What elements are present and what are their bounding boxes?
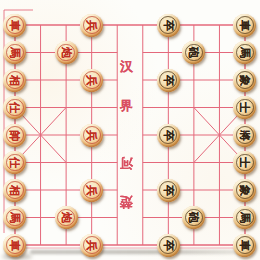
board-intersection: 將 (232, 121, 258, 149)
piece-glyph: 將 (239, 130, 250, 141)
piece-glyph: 炮 (61, 212, 72, 223)
piece-black-soldier[interactable]: 卒 (157, 179, 180, 202)
piece-glyph: 兵 (86, 240, 97, 251)
board-intersection: 馬 (2, 39, 28, 67)
board-intersection: 馬 (232, 204, 258, 232)
piece-black-horse[interactable]: 馬 (233, 206, 256, 229)
piece-red-cannon[interactable]: 炮 (55, 206, 78, 229)
piece-glyph: 相 (9, 185, 20, 196)
xiangqi-board-photo: 汉界 河楚 車馬相仕帥仕相馬車炮炮兵兵兵兵兵卒卒卒卒卒砲砲車馬象士將士象馬車 (0, 0, 260, 260)
board-intersection: 象 (232, 66, 258, 94)
piece-black-soldier[interactable]: 卒 (157, 124, 180, 147)
board-intersection: 兵 (79, 176, 105, 204)
piece-glyph: 仕 (9, 157, 20, 168)
piece-glyph: 車 (9, 20, 20, 31)
board-intersection: 車 (232, 11, 258, 39)
piece-glyph: 炮 (61, 47, 72, 58)
board-intersections: 車馬相仕帥仕相馬車炮炮兵兵兵兵兵卒卒卒卒卒砲砲車馬象士將士象馬車 (2, 11, 258, 259)
board-intersection: 卒 (155, 231, 181, 259)
piece-black-soldier[interactable]: 卒 (157, 14, 180, 37)
piece-black-horse[interactable]: 馬 (233, 41, 256, 64)
piece-glyph: 卒 (163, 130, 174, 141)
piece-black-soldier[interactable]: 卒 (157, 234, 180, 257)
piece-glyph: 帥 (9, 130, 20, 141)
piece-glyph: 兵 (86, 185, 97, 196)
piece-glyph: 車 (239, 240, 250, 251)
board-intersection: 砲 (181, 39, 207, 67)
piece-glyph: 士 (239, 157, 250, 168)
piece-red-soldier[interactable]: 兵 (80, 234, 103, 257)
piece-glyph: 相 (9, 75, 20, 86)
piece-glyph: 車 (9, 240, 20, 251)
piece-glyph: 卒 (163, 240, 174, 251)
piece-red-cannon[interactable]: 炮 (55, 41, 78, 64)
board-intersection: 帥 (2, 121, 28, 149)
piece-black-soldier[interactable]: 卒 (157, 69, 180, 92)
board-intersection: 馬 (2, 204, 28, 232)
piece-black-elephant[interactable]: 象 (233, 179, 256, 202)
board-intersection: 兵 (79, 11, 105, 39)
board-intersection: 車 (2, 11, 28, 39)
piece-red-horse[interactable]: 馬 (3, 206, 26, 229)
piece-glyph: 砲 (188, 47, 199, 58)
piece-red-advisor[interactable]: 仕 (3, 96, 26, 119)
piece-glyph: 車 (239, 20, 250, 31)
piece-black-advisor[interactable]: 士 (233, 96, 256, 119)
board-intersection: 卒 (155, 176, 181, 204)
piece-red-soldier[interactable]: 兵 (80, 124, 103, 147)
board-intersection: 士 (232, 149, 258, 177)
board-intersection: 卒 (155, 66, 181, 94)
board-intersection: 炮 (53, 204, 79, 232)
piece-glyph: 馬 (9, 212, 20, 223)
piece-black-cannon[interactable]: 砲 (182, 41, 205, 64)
piece-glyph: 馬 (9, 47, 20, 58)
board-intersection: 仕 (2, 94, 28, 122)
piece-glyph: 象 (239, 185, 250, 196)
piece-black-elephant[interactable]: 象 (233, 69, 256, 92)
piece-glyph: 卒 (163, 20, 174, 31)
board-intersection: 士 (232, 94, 258, 122)
piece-red-general[interactable]: 帥 (3, 124, 26, 147)
board-intersection: 兵 (79, 231, 105, 259)
piece-black-general[interactable]: 將 (233, 124, 256, 147)
piece-red-soldier[interactable]: 兵 (80, 14, 103, 37)
piece-red-elephant[interactable]: 相 (3, 69, 26, 92)
piece-red-chariot[interactable]: 車 (3, 234, 26, 257)
piece-glyph: 士 (239, 102, 250, 113)
board-intersection: 馬 (232, 39, 258, 67)
piece-glyph: 兵 (86, 130, 97, 141)
board-intersection: 相 (2, 66, 28, 94)
piece-red-soldier[interactable]: 兵 (80, 69, 103, 92)
board-intersection: 車 (232, 231, 258, 259)
board-intersection: 砲 (181, 204, 207, 232)
board-intersection: 卒 (155, 121, 181, 149)
piece-red-soldier[interactable]: 兵 (80, 179, 103, 202)
piece-black-cannon[interactable]: 砲 (182, 206, 205, 229)
piece-black-chariot[interactable]: 車 (233, 14, 256, 37)
board-intersection: 相 (2, 176, 28, 204)
piece-glyph: 卒 (163, 75, 174, 86)
board-intersection: 仕 (2, 149, 28, 177)
piece-red-elephant[interactable]: 相 (3, 179, 26, 202)
board-intersection: 兵 (79, 121, 105, 149)
piece-glyph: 兵 (86, 75, 97, 86)
piece-glyph: 砲 (188, 212, 199, 223)
piece-glyph: 卒 (163, 185, 174, 196)
piece-glyph: 兵 (86, 20, 97, 31)
board-intersection: 炮 (53, 39, 79, 67)
piece-red-horse[interactable]: 馬 (3, 41, 26, 64)
board-intersection: 象 (232, 176, 258, 204)
piece-black-advisor[interactable]: 士 (233, 151, 256, 174)
board-intersection: 卒 (155, 11, 181, 39)
piece-glyph: 馬 (239, 212, 250, 223)
piece-glyph: 仕 (9, 102, 20, 113)
board-intersection: 車 (2, 231, 28, 259)
board-intersection: 兵 (79, 66, 105, 94)
piece-red-chariot[interactable]: 車 (3, 14, 26, 37)
piece-glyph: 象 (239, 75, 250, 86)
piece-red-advisor[interactable]: 仕 (3, 151, 26, 174)
piece-glyph: 馬 (239, 47, 250, 58)
piece-black-chariot[interactable]: 車 (233, 234, 256, 257)
